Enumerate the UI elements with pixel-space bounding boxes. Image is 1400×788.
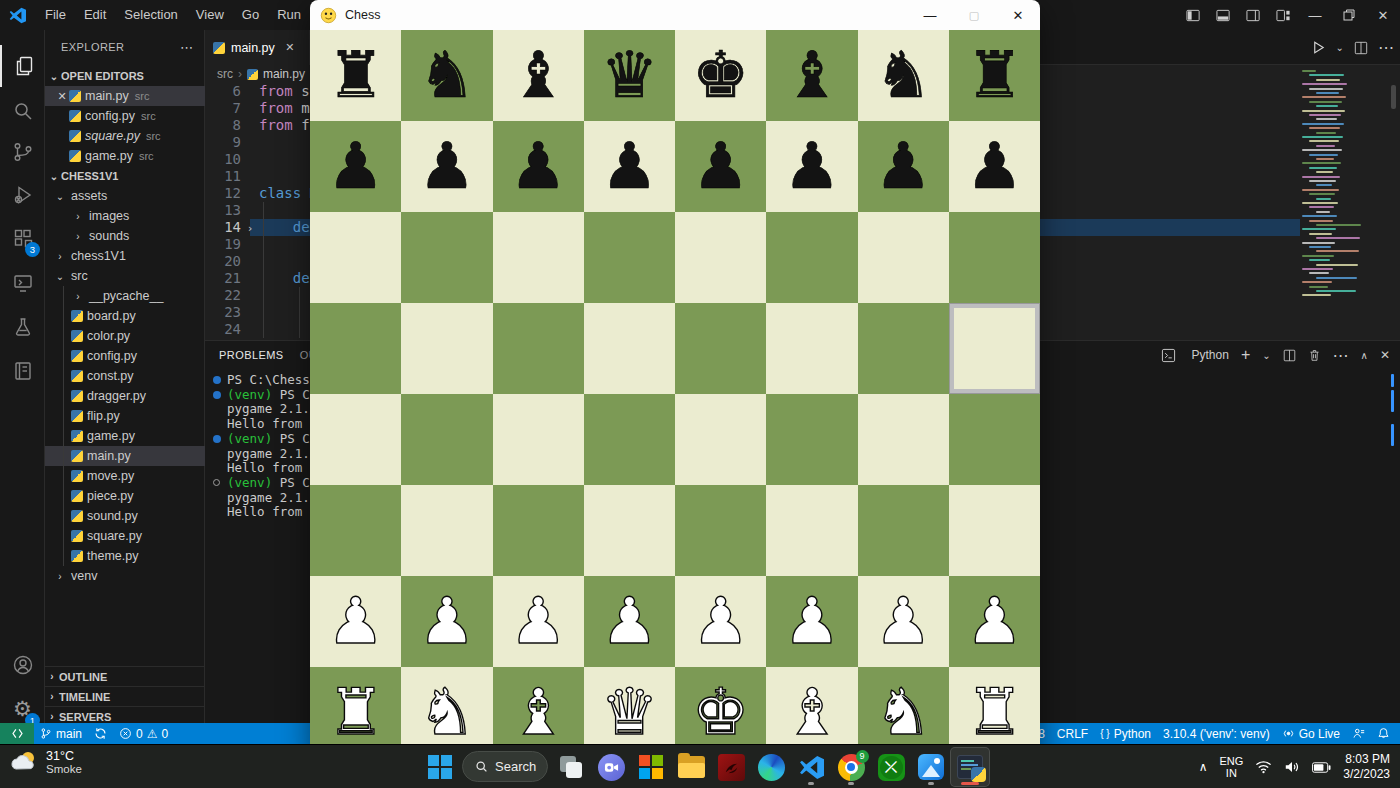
- square-c3[interactable]: [493, 485, 584, 576]
- minimap-line: [1309, 220, 1333, 222]
- terminal-name[interactable]: Python: [1192, 348, 1229, 362]
- minimap-line: [1302, 136, 1343, 138]
- notebook-icon[interactable]: [0, 350, 45, 392]
- vscode-logo-icon: [9, 7, 26, 24]
- black-bishop: ♝: [783, 30, 840, 121]
- square-e3[interactable]: [675, 485, 766, 576]
- more-actions-icon[interactable]: ⋯: [1378, 38, 1394, 57]
- breadcrumb-file[interactable]: main.py: [263, 67, 305, 81]
- status-bar-right: UTF-8 CRLF { }Python 3.10.4 ('venv': ven…: [1005, 723, 1396, 744]
- white-pawn: ♟: [874, 576, 931, 667]
- indent-guide: [263, 202, 264, 219]
- square-b7[interactable]: ♟: [401, 121, 492, 212]
- explorer-sidebar: EXPLORER ⋯ ⌄ OPEN EDITORS ✕main.pysrccon…: [45, 30, 205, 744]
- tree-item-label: theme.py: [87, 549, 138, 563]
- minimap-line: [1309, 127, 1340, 129]
- customize-layout-icon[interactable]: [1268, 0, 1298, 30]
- minimap-line: [1316, 224, 1361, 226]
- square-c2[interactable]: ♟: [493, 576, 584, 667]
- editor-scrollbar[interactable]: [1391, 85, 1396, 109]
- chess-minimize-button[interactable]: —: [908, 0, 952, 30]
- indent-guide: [263, 253, 264, 270]
- section-outline[interactable]: ›OUTLINE: [45, 666, 205, 686]
- tree-item-config.py[interactable]: config.py: [45, 346, 205, 366]
- chevron-down-icon: ⌄: [47, 71, 61, 82]
- minimap-line: [1309, 259, 1330, 261]
- problems-item[interactable]: 0 ⚠ 0: [113, 723, 174, 744]
- chevron-down-icon: ⌄: [47, 171, 61, 182]
- open-editor-main.py[interactable]: ✕main.pysrc: [45, 86, 205, 106]
- square-f5[interactable]: [766, 303, 857, 394]
- file-explorer-button[interactable]: [672, 748, 710, 786]
- square-e8[interactable]: ♚: [675, 30, 766, 121]
- tree-indent-guide: [63, 286, 64, 566]
- square-h3[interactable]: [949, 485, 1040, 576]
- square-h8[interactable]: ♜: [949, 30, 1040, 121]
- square-d7[interactable]: ♟: [584, 121, 675, 212]
- file-tree: ⌄assets›images›sounds›chess1V1⌄src›__pyc…: [45, 186, 205, 586]
- open-editor-config.py[interactable]: config.pysrc: [45, 106, 205, 126]
- toggle-panel-icon[interactable]: [1208, 0, 1238, 30]
- open-editors-list: ✕main.pysrcconfig.pysrcsquare.pysrcgame.…: [45, 86, 205, 166]
- weather-widget[interactable]: 31°CSmoke: [10, 749, 82, 775]
- remote-indicator[interactable]: [0, 723, 34, 744]
- square-a7[interactable]: ♟: [310, 121, 401, 212]
- minimap-line: [1309, 140, 1339, 142]
- square-e2[interactable]: ♟: [675, 576, 766, 667]
- square-d6[interactable]: [584, 212, 675, 303]
- minimap-line: [1309, 246, 1331, 248]
- square-g6[interactable]: [858, 212, 949, 303]
- pygame-app-button[interactable]: [950, 747, 990, 787]
- white-pawn: ♟: [966, 576, 1023, 667]
- tree-item-label: src: [71, 269, 88, 283]
- editor-file-folder: src: [146, 130, 161, 142]
- editor-file-folder: src: [139, 150, 154, 162]
- battery-icon[interactable]: [1312, 762, 1331, 773]
- tree-item-label: main.py: [87, 449, 131, 463]
- tree-item-label: config.py: [87, 349, 137, 363]
- black-pawn: ♟: [327, 121, 384, 212]
- search-icon: [475, 760, 488, 773]
- chess-board[interactable]: ♜♞♝♛♚♝♞♜♟♟♟♟♟♟♟♟♟♟♟♟♟♟♟♟♜♞♝♛♚♝♞♜: [310, 30, 1040, 758]
- menu-run[interactable]: Run: [268, 0, 310, 30]
- tree-item-sounds[interactable]: ›sounds: [45, 226, 205, 246]
- indent-guide: [263, 287, 264, 304]
- minimap[interactable]: [1302, 70, 1360, 310]
- minimap-line: [1316, 290, 1356, 292]
- warning-count: 0: [161, 727, 168, 741]
- indent-guide: [299, 321, 300, 338]
- volume-icon[interactable]: [1284, 760, 1300, 774]
- square-g4[interactable]: [858, 394, 949, 485]
- workspace-title: CHESS1V1: [61, 170, 118, 182]
- square-g8[interactable]: ♞: [858, 30, 949, 121]
- chrome-badge: 9: [856, 750, 869, 763]
- terminal-dropdown-icon[interactable]: ⌄: [1262, 350, 1270, 361]
- indent-guide: [299, 287, 300, 304]
- notifications-bell-icon[interactable]: [1371, 723, 1396, 744]
- new-terminal-icon[interactable]: +: [1241, 346, 1250, 364]
- tree-item-move.py[interactable]: move.py: [45, 466, 205, 486]
- square-a2[interactable]: ♟: [310, 576, 401, 667]
- error-count: 0: [136, 727, 143, 741]
- square-c7[interactable]: ♟: [493, 121, 584, 212]
- source-control-icon[interactable]: [0, 131, 45, 173]
- editor-file-name: main.py: [85, 89, 129, 103]
- tree-item-color.py[interactable]: color.py: [45, 326, 205, 346]
- editor-file-name: game.py: [85, 149, 133, 163]
- line-number: 8: [205, 117, 241, 134]
- tree-item-const.py[interactable]: const.py: [45, 366, 205, 386]
- testing-icon[interactable]: [0, 306, 45, 348]
- indent-guide: [299, 304, 300, 321]
- search-box[interactable]: Search: [462, 751, 548, 782]
- minimap-line: [1302, 96, 1346, 98]
- minimap-line: [1302, 189, 1339, 191]
- black-bishop: ♝: [509, 30, 566, 121]
- chess-close-button[interactable]: ✕: [996, 0, 1040, 30]
- chat-button[interactable]: [592, 748, 630, 786]
- tab-problems[interactable]: PROBLEMS: [219, 349, 284, 361]
- weather-icon: [10, 749, 38, 775]
- running-indicator: [808, 782, 814, 785]
- line-number: 10: [205, 151, 241, 168]
- system-tray: ∧ ENGIN 8:03 PM3/2/2023: [1199, 745, 1400, 788]
- weather-temp: 31°C: [46, 749, 82, 763]
- square-g5[interactable]: [858, 303, 949, 394]
- minimap-line: [1316, 145, 1335, 147]
- sync-item[interactable]: [88, 723, 113, 744]
- toggle-secondary-sidebar-icon[interactable]: [1238, 0, 1268, 30]
- extensions-icon[interactable]: 3: [0, 217, 45, 259]
- black-pawn: ♟: [692, 121, 749, 212]
- tree-item-label: board.py: [87, 309, 136, 323]
- square-a3[interactable]: [310, 485, 401, 576]
- microsoft-store-button[interactable]: [632, 748, 670, 786]
- black-pawn: ♟: [601, 121, 658, 212]
- vscode-taskbar-button[interactable]: [792, 748, 830, 786]
- command-success-dot: [213, 391, 221, 399]
- square-f3[interactable]: [766, 485, 857, 576]
- line-number: 21: [205, 270, 241, 287]
- square-b4[interactable]: [401, 394, 492, 485]
- tab-main-py[interactable]: main.py ✕: [205, 30, 310, 65]
- square-h6[interactable]: [949, 212, 1040, 303]
- open-editor-square.py[interactable]: square.pysrc: [45, 126, 205, 146]
- black-pawn: ♟: [418, 121, 475, 212]
- tree-item-images[interactable]: ›images: [45, 206, 205, 226]
- fold-icon: ›: [241, 220, 259, 237]
- interpreter-item[interactable]: 3.10.4 ('venv': venv): [1157, 723, 1276, 744]
- tree-item-src[interactable]: ⌄src: [45, 266, 205, 286]
- minimap-line: [1302, 215, 1337, 217]
- square-c5[interactable]: [493, 303, 584, 394]
- line-number: 7: [205, 100, 241, 117]
- go-live-item[interactable]: Go Live: [1276, 723, 1346, 744]
- maximize-panel-icon[interactable]: ∧: [1361, 350, 1368, 361]
- tab-close-icon[interactable]: ✕: [283, 41, 297, 54]
- menu-go[interactable]: Go: [233, 0, 268, 30]
- square-c8[interactable]: ♝: [493, 30, 584, 121]
- open-editors-header[interactable]: ⌄ OPEN EDITORS: [47, 66, 203, 86]
- square-d5[interactable]: [584, 303, 675, 394]
- minimap-line: [1316, 105, 1338, 107]
- square-b2[interactable]: ♟: [401, 576, 492, 667]
- minimap-line: [1316, 198, 1331, 200]
- kill-terminal-icon[interactable]: [1308, 348, 1321, 362]
- square-f7[interactable]: ♟: [766, 121, 857, 212]
- tree-item-main.py[interactable]: main.py: [45, 446, 205, 466]
- black-knight: ♞: [418, 30, 475, 121]
- menu-selection[interactable]: Selection: [115, 0, 186, 30]
- chevron-right-icon: ›: [45, 711, 59, 722]
- square-d3[interactable]: [584, 485, 675, 576]
- start-button[interactable]: [421, 748, 459, 786]
- language-item[interactable]: { }Python: [1094, 723, 1157, 744]
- minimap-line: [1302, 162, 1341, 164]
- tree-item-label: const.py: [87, 369, 134, 383]
- running-indicator: [928, 782, 934, 785]
- line-number: 12: [205, 185, 241, 202]
- vscode-close-button[interactable]: ✕: [1366, 0, 1400, 30]
- white-pawn: ♟: [418, 576, 475, 667]
- minimap-line: [1316, 237, 1360, 239]
- minimap-line: [1302, 255, 1334, 257]
- vscode-restore-button[interactable]: [1332, 0, 1366, 30]
- square-c4[interactable]: [493, 394, 584, 485]
- minimap-line: [1316, 184, 1332, 186]
- tree-item-chess1V1[interactable]: ›chess1V1: [45, 246, 205, 266]
- close-panel-icon[interactable]: ✕: [1380, 348, 1390, 362]
- black-rook: ♜: [327, 30, 384, 121]
- black-rook: ♜: [966, 30, 1023, 121]
- chess-titlebar[interactable]: Chess — ▢ ✕: [310, 0, 1040, 30]
- editor-file-folder: src: [141, 110, 156, 122]
- terminal-scroll-mark: [1391, 390, 1394, 412]
- dragon-app-button[interactable]: [712, 748, 750, 786]
- square-f4[interactable]: [766, 394, 857, 485]
- panel-more-icon[interactable]: ⋯: [1333, 346, 1349, 365]
- menu-edit[interactable]: Edit: [75, 0, 115, 30]
- square-e7[interactable]: ♟: [675, 121, 766, 212]
- square-e6[interactable]: [675, 212, 766, 303]
- run-python-icon[interactable]: [1311, 40, 1326, 55]
- braces-icon: { }: [1100, 728, 1109, 739]
- run-dropdown-icon[interactable]: ⌄: [1336, 42, 1344, 53]
- tree-item-label: sound.py: [87, 509, 138, 523]
- square-d4[interactable]: [584, 394, 675, 485]
- tree-item-game.py[interactable]: game.py: [45, 426, 205, 446]
- minimap-line: [1309, 154, 1338, 156]
- tree-item-label: color.py: [87, 329, 130, 343]
- line-number: 24: [205, 321, 241, 338]
- tree-item-label: dragger.py: [87, 389, 146, 403]
- square-f2[interactable]: ♟: [766, 576, 857, 667]
- minimap-line: [1316, 118, 1337, 120]
- breadcrumb[interactable]: src › main.py: [205, 65, 305, 83]
- chess-maximize-button[interactable]: ▢: [952, 0, 996, 30]
- split-editor-icon[interactable]: [1354, 41, 1368, 55]
- wifi-icon[interactable]: [1255, 760, 1272, 774]
- square-f8[interactable]: ♝: [766, 30, 857, 121]
- square-e4[interactable]: [675, 394, 766, 485]
- square-b5[interactable]: [401, 303, 492, 394]
- remote-explorer-icon[interactable]: [0, 262, 45, 304]
- tray-expand-icon[interactable]: ∧: [1199, 760, 1208, 774]
- account-icon[interactable]: [0, 644, 45, 686]
- git-branch-item[interactable]: main: [34, 723, 88, 744]
- menu-file[interactable]: File: [36, 0, 75, 30]
- tree-item-piece.py[interactable]: piece.py: [45, 486, 205, 506]
- minimap-line: [1309, 193, 1335, 195]
- editor-file-name: config.py: [85, 109, 135, 123]
- minimap-line: [1302, 281, 1332, 283]
- tree-item-sound.py[interactable]: sound.py: [45, 506, 205, 526]
- breadcrumb-separator: ›: [238, 67, 242, 81]
- white-pawn: ♟: [692, 576, 749, 667]
- tree-item-label: venv: [71, 569, 97, 583]
- editor-file-name: square.py: [85, 129, 140, 143]
- square-f6[interactable]: [766, 212, 857, 303]
- square-a8[interactable]: ♜: [310, 30, 401, 121]
- tree-item-square.py[interactable]: square.py: [45, 526, 205, 546]
- square-d8[interactable]: ♛: [584, 30, 675, 121]
- line-number: 19: [205, 236, 241, 253]
- minimap-line: [1309, 286, 1328, 288]
- square-h7[interactable]: ♟: [949, 121, 1040, 212]
- tree-item-label: move.py: [87, 469, 134, 483]
- command-success-dot: [213, 376, 221, 384]
- explorer-header: EXPLORER ⋯: [45, 30, 205, 64]
- screen: FileEditSelectionViewGoRunTerminal — ✕ 3…: [0, 0, 1400, 788]
- white-pawn: ♟: [601, 576, 658, 667]
- minimap-line: [1302, 176, 1340, 178]
- close-editor-icon[interactable]: ✕: [55, 90, 69, 103]
- breadcrumb-folder[interactable]: src: [217, 67, 233, 81]
- photos-button[interactable]: [912, 748, 950, 786]
- square-g2[interactable]: ♟: [858, 576, 949, 667]
- editor-file-folder: src: [135, 90, 150, 102]
- square-h5[interactable]: [949, 303, 1040, 394]
- chevron-right-icon: ›: [53, 251, 67, 262]
- explorer-icon[interactable]: [0, 45, 45, 87]
- square-c6[interactable]: [493, 212, 584, 303]
- tree-item-venv[interactable]: ›venv: [45, 566, 205, 586]
- black-pawn: ♟: [874, 121, 931, 212]
- minimap-line: [1302, 70, 1316, 72]
- minimap-line: [1316, 158, 1334, 160]
- minimap-line: [1309, 206, 1334, 208]
- square-h4[interactable]: [949, 394, 1040, 485]
- minimap-line: [1316, 264, 1358, 266]
- tree-item-board.py[interactable]: board.py: [45, 306, 205, 326]
- square-g7[interactable]: ♟: [858, 121, 949, 212]
- indent-guide: [263, 321, 264, 338]
- search-icon[interactable]: [0, 90, 45, 132]
- menu-view[interactable]: View: [187, 0, 233, 30]
- minimap-line: [1309, 233, 1332, 235]
- vscode-minimize-button[interactable]: —: [1298, 0, 1332, 30]
- tree-item-theme.py[interactable]: theme.py: [45, 546, 205, 566]
- indent-guide: [263, 304, 264, 321]
- chrome-button[interactable]: 9: [832, 748, 870, 786]
- tree-item-__pycache__[interactable]: ›__pycache__: [45, 286, 205, 306]
- workspace-header[interactable]: ⌄ CHESS1V1: [47, 166, 203, 186]
- explorer-title: EXPLORER: [61, 41, 124, 53]
- line-number: 14: [205, 219, 241, 236]
- section-timeline[interactable]: ›TIMELINE: [45, 686, 205, 706]
- explorer-more-icon[interactable]: ⋯: [180, 40, 193, 55]
- minimap-line: [1309, 88, 1343, 90]
- white-pawn: ♟: [783, 576, 840, 667]
- open-editor-game.py[interactable]: game.pysrc: [45, 146, 205, 166]
- minimap-line: [1316, 171, 1333, 173]
- square-b6[interactable]: [401, 212, 492, 303]
- minimap-line: [1309, 272, 1329, 274]
- feedback-icon[interactable]: [1346, 723, 1371, 744]
- square-a6[interactable]: [310, 212, 401, 303]
- go-live-label: Go Live: [1299, 727, 1340, 741]
- task-view-button[interactable]: [552, 748, 590, 786]
- minimap-line: [1302, 268, 1333, 270]
- black-pawn: ♟: [509, 121, 566, 212]
- taskbar: 31°CSmoke Search 9 ⤫: [0, 744, 1400, 788]
- eol-item[interactable]: CRLF: [1051, 723, 1094, 744]
- tree-item-label: square.py: [87, 529, 142, 543]
- xbox-button[interactable]: ⤫: [872, 748, 910, 786]
- extensions-badge: 3: [25, 242, 40, 257]
- python-file-icon: [213, 42, 225, 54]
- minimap-line: [1302, 242, 1335, 244]
- square-d2[interactable]: ♟: [584, 576, 675, 667]
- minimap-line: [1316, 250, 1359, 252]
- square-h2[interactable]: ♟: [949, 576, 1040, 667]
- chess-window-controls: — ▢ ✕: [908, 0, 1040, 30]
- square-g3[interactable]: [858, 485, 949, 576]
- chevron-right-icon: ›: [45, 691, 59, 702]
- minimap-line: [1309, 114, 1341, 116]
- minimap-line: [1302, 202, 1338, 204]
- minimap-line: [1316, 132, 1336, 134]
- square-a5[interactable]: [310, 303, 401, 394]
- chevron-right-icon: ›: [71, 211, 85, 222]
- black-pawn: ♟: [783, 121, 840, 212]
- clock[interactable]: 8:03 PM3/2/2023: [1343, 752, 1390, 782]
- square-b8[interactable]: ♞: [401, 30, 492, 121]
- language-switcher[interactable]: ENGIN: [1219, 755, 1243, 779]
- tree-item-dragger.py[interactable]: dragger.py: [45, 386, 205, 406]
- panel-tools: Python + ⌄ ⋯ ∧ ✕: [1161, 341, 1390, 369]
- toggle-sidebar-icon[interactable]: [1178, 0, 1208, 30]
- tree-item-label: assets: [71, 189, 107, 203]
- tree-item-assets[interactable]: ⌄assets: [45, 186, 205, 206]
- run-debug-icon[interactable]: [0, 174, 45, 216]
- search-label: Search: [495, 759, 536, 774]
- minimap-line: [1302, 294, 1331, 296]
- edge-button[interactable]: [752, 748, 790, 786]
- split-terminal-icon[interactable]: [1283, 349, 1296, 362]
- square-a4[interactable]: [310, 394, 401, 485]
- indent-guide: [263, 236, 264, 253]
- command-running-circle: [213, 479, 220, 486]
- square-b3[interactable]: [401, 485, 492, 576]
- square-e5[interactable]: [675, 303, 766, 394]
- minimap-line: [1316, 277, 1357, 279]
- tree-item-label: game.py: [87, 429, 135, 443]
- tree-item-flip.py[interactable]: flip.py: [45, 406, 205, 426]
- line-number: 11: [205, 168, 241, 185]
